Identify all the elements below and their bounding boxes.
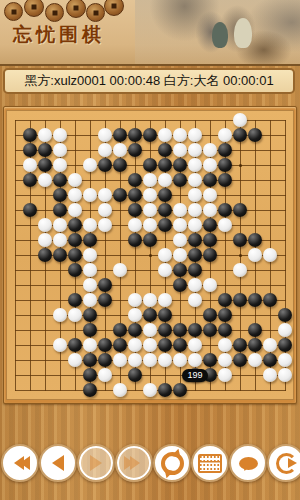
black-stone (173, 383, 187, 397)
black-stone (98, 293, 112, 307)
white-stone (83, 158, 97, 172)
black-stone (218, 293, 232, 307)
black-stone (83, 353, 97, 367)
black-stone (98, 338, 112, 352)
black-stone (233, 203, 247, 217)
white-stone (203, 158, 217, 172)
white-stone (53, 128, 67, 142)
black-stone (158, 323, 172, 337)
black-stone (248, 293, 262, 307)
white-stone (83, 263, 97, 277)
black-stone (248, 323, 262, 337)
black-stone (233, 128, 247, 142)
white-stone (143, 218, 157, 232)
black-stone (158, 308, 172, 322)
chat-button[interactable] (229, 444, 267, 482)
white-stone (53, 158, 67, 172)
black-stone (128, 233, 142, 247)
double-right-triangle-icon (128, 456, 140, 470)
black-stone (113, 188, 127, 202)
black-stone (143, 308, 157, 322)
white-stone (38, 173, 52, 187)
white-stone (263, 338, 277, 352)
black-stone (113, 338, 127, 352)
star-point (239, 254, 242, 257)
black-stone (278, 308, 292, 322)
black-stone (98, 158, 112, 172)
white-stone (83, 293, 97, 307)
black-stone (263, 353, 277, 367)
white-stone (203, 188, 217, 202)
black-stone (113, 323, 127, 337)
white-stone (98, 218, 112, 232)
white-stone (173, 248, 187, 262)
white-stone (278, 368, 292, 382)
loop-exit-arrow-icon (276, 453, 297, 474)
black-stone (263, 293, 277, 307)
white-stone (203, 143, 217, 157)
black-stone (38, 143, 52, 157)
white-stone (98, 188, 112, 202)
black-stone (173, 338, 187, 352)
app-banner: 忘忧围棋 (0, 0, 300, 66)
go-board[interactable]: 199 (6, 110, 294, 400)
white-stone (188, 338, 202, 352)
white-stone (38, 128, 52, 142)
black-stone (218, 158, 232, 172)
white-stone (248, 353, 262, 367)
white-stone (143, 188, 157, 202)
black-stone (248, 233, 262, 247)
black-stone (53, 188, 67, 202)
white-stone (173, 203, 187, 217)
black-stone (38, 158, 52, 172)
black-stone (68, 293, 82, 307)
white-stone (188, 158, 202, 172)
game-status-bar: 黑方:xulz0001 00:00:48 白方:大名 00:00:01 (3, 68, 295, 94)
fast-forward-button[interactable] (115, 444, 153, 482)
grid-line (15, 285, 286, 286)
coin-decoration (104, 0, 124, 16)
white-stone (128, 338, 142, 352)
black-stone (53, 173, 67, 187)
speech-bubble-icon (239, 457, 258, 470)
white-stone (218, 338, 232, 352)
black-stone (203, 353, 217, 367)
black-stone (248, 338, 262, 352)
white-stone (233, 113, 247, 127)
black-stone (173, 173, 187, 187)
white-stone (143, 338, 157, 352)
white-stone (53, 338, 67, 352)
white-stone (83, 188, 97, 202)
white-stone (218, 368, 232, 382)
black-stone (23, 128, 37, 142)
white-stone (203, 278, 217, 292)
black-stone (38, 248, 52, 262)
black-stone (83, 308, 97, 322)
white-stone (53, 308, 67, 322)
coin-decoration (86, 3, 105, 22)
star-point (149, 254, 152, 257)
white-stone (38, 233, 52, 247)
black-stone (83, 383, 97, 397)
white-stone (188, 353, 202, 367)
players-and-clocks-text: 黑方:xulz0001 00:00:48 白方:大名 00:00:01 (24, 72, 273, 90)
black-stone (128, 188, 142, 202)
black-stone (158, 158, 172, 172)
black-stone (218, 143, 232, 157)
white-stone (188, 188, 202, 202)
circular-arrows-icon (161, 452, 184, 475)
white-stone (53, 143, 67, 157)
black-stone (53, 203, 67, 217)
white-stone (98, 368, 112, 382)
white-stone (128, 293, 142, 307)
black-stone (158, 218, 172, 232)
black-stone (203, 308, 217, 322)
black-stone (278, 338, 292, 352)
white-stone (278, 353, 292, 367)
step-back-button[interactable] (39, 444, 77, 482)
painting-figure (212, 22, 228, 48)
black-stone (143, 128, 157, 142)
black-stone (203, 218, 217, 232)
black-stone (173, 263, 187, 277)
white-stone (113, 143, 127, 157)
black-stone (158, 338, 172, 352)
white-stone (143, 173, 157, 187)
white-stone (188, 203, 202, 217)
white-stone (173, 233, 187, 247)
white-stone (188, 128, 202, 142)
coin-decoration (24, 0, 44, 17)
last-move-number-badge: 199 (182, 369, 208, 382)
black-stone (158, 188, 172, 202)
black-stone (128, 323, 142, 337)
white-stone (83, 338, 97, 352)
fast-rewind-button[interactable] (1, 444, 39, 482)
white-stone (38, 218, 52, 232)
coin-decoration (66, 0, 86, 18)
abacus-icon (198, 454, 222, 473)
refresh-button[interactable] (153, 444, 191, 482)
black-stone (68, 248, 82, 262)
white-stone (128, 353, 142, 367)
black-stone (158, 383, 172, 397)
black-stone (23, 203, 37, 217)
white-stone (158, 128, 172, 142)
white-stone (98, 143, 112, 157)
black-stone (233, 293, 247, 307)
coin-decoration (45, 3, 64, 22)
black-stone (248, 128, 262, 142)
painting-figure (234, 18, 252, 48)
white-stone (188, 278, 202, 292)
ink-painting-decoration (135, 0, 300, 64)
black-stone (68, 233, 82, 247)
black-stone (53, 248, 67, 262)
black-stone (203, 173, 217, 187)
white-stone (23, 158, 37, 172)
black-stone (128, 203, 142, 217)
black-stone (188, 233, 202, 247)
black-stone (218, 308, 232, 322)
white-stone (68, 353, 82, 367)
white-stone (113, 383, 127, 397)
black-stone (83, 368, 97, 382)
white-stone (143, 203, 157, 217)
return-button[interactable] (267, 444, 300, 482)
white-stone (158, 353, 172, 367)
black-stone (158, 203, 172, 217)
black-stone (203, 233, 217, 247)
white-stone (83, 218, 97, 232)
grid-line (15, 375, 286, 376)
black-stone (98, 353, 112, 367)
black-stone (113, 128, 127, 142)
white-stone (248, 248, 262, 262)
count-score-button[interactable] (191, 444, 229, 482)
white-stone (98, 203, 112, 217)
black-stone (218, 203, 232, 217)
black-stone (68, 338, 82, 352)
white-stone (188, 218, 202, 232)
white-stone (173, 353, 187, 367)
white-stone (68, 173, 82, 187)
black-stone (143, 233, 157, 247)
white-stone (68, 308, 82, 322)
white-stone (233, 263, 247, 277)
black-stone (128, 128, 142, 142)
black-stone (128, 368, 142, 382)
white-stone (143, 323, 157, 337)
white-stone (188, 293, 202, 307)
black-stone (233, 233, 247, 247)
black-stone (188, 248, 202, 262)
white-stone (128, 218, 142, 232)
white-stone (143, 293, 157, 307)
black-stone (98, 278, 112, 292)
white-stone (173, 128, 187, 142)
white-stone (68, 203, 82, 217)
black-stone (203, 323, 217, 337)
black-stone (23, 173, 37, 187)
white-stone (113, 353, 127, 367)
white-stone (143, 353, 157, 367)
white-stone (83, 248, 97, 262)
white-stone (203, 203, 217, 217)
white-stone (68, 188, 82, 202)
black-stone (158, 143, 172, 157)
black-stone (173, 158, 187, 172)
app-screen: 忘忧围棋 黑方:xulz0001 00:00:48 白方:大名 00:00:01… (0, 0, 300, 500)
black-stone (143, 158, 157, 172)
black-stone (188, 263, 202, 277)
black-stone (218, 323, 232, 337)
white-stone (53, 233, 67, 247)
white-stone (188, 173, 202, 187)
black-stone (113, 158, 127, 172)
black-stone (128, 173, 142, 187)
white-stone (263, 368, 277, 382)
black-stone (203, 248, 217, 262)
black-stone (83, 323, 97, 337)
white-stone (263, 248, 277, 262)
app-title: 忘忧围棋 (13, 22, 105, 48)
black-stone (68, 263, 82, 277)
black-stone (23, 143, 37, 157)
white-stone (158, 263, 172, 277)
black-stone (68, 218, 82, 232)
white-stone (83, 278, 97, 292)
white-stone (173, 143, 187, 157)
white-stone (218, 353, 232, 367)
double-left-triangle-icon (14, 456, 26, 470)
right-triangle-icon (90, 455, 102, 471)
white-stone (143, 383, 157, 397)
white-stone (218, 218, 232, 232)
white-stone (158, 248, 172, 262)
black-stone (233, 353, 247, 367)
white-stone (158, 173, 172, 187)
left-triangle-icon (52, 455, 64, 471)
white-stone (128, 308, 142, 322)
star-point (239, 164, 242, 167)
step-forward-button[interactable] (77, 444, 115, 482)
white-stone (53, 218, 67, 232)
white-stone (278, 323, 292, 337)
black-stone (83, 233, 97, 247)
white-stone (113, 263, 127, 277)
coin-decoration (4, 2, 23, 21)
black-stone (173, 278, 187, 292)
white-stone (218, 128, 232, 142)
white-stone (98, 128, 112, 142)
black-stone (173, 323, 187, 337)
white-stone (158, 293, 172, 307)
black-stone (128, 143, 142, 157)
black-stone (218, 173, 232, 187)
white-stone (173, 218, 187, 232)
white-stone (188, 143, 202, 157)
black-stone (188, 323, 202, 337)
bottom-toolbar (0, 444, 300, 488)
black-stone (233, 338, 247, 352)
